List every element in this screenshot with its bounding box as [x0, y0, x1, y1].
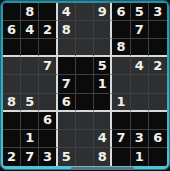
sudoku-cell-r2c3[interactable]: 2: [39, 21, 57, 39]
sudoku-board: 8496536428787542718561614736273581: [3, 3, 167, 166]
sudoku-cell-r7c9[interactable]: [149, 112, 167, 130]
sudoku-cell-r8c6[interactable]: 4: [94, 130, 112, 148]
sudoku-cell-r6c7[interactable]: 1: [112, 94, 130, 112]
sudoku-cell-r1c7[interactable]: 6: [112, 3, 130, 21]
sudoku-cell-r4c4[interactable]: [58, 57, 76, 75]
sudoku-cell-r5c8[interactable]: [131, 75, 149, 93]
sudoku-cell-r8c5[interactable]: [76, 130, 94, 148]
sudoku-cell-r6c6[interactable]: [94, 94, 112, 112]
sudoku-cell-r1c5[interactable]: [76, 3, 94, 21]
sudoku-cell-r3c9[interactable]: [149, 39, 167, 57]
sudoku-cell-r2c9[interactable]: [149, 21, 167, 39]
sudoku-cell-r1c2[interactable]: 8: [21, 3, 39, 21]
sudoku-cell-r8c1[interactable]: [3, 130, 21, 148]
sudoku-cell-r3c3[interactable]: [39, 39, 57, 57]
sudoku-cell-r9c1[interactable]: 2: [3, 148, 21, 166]
sudoku-cell-r8c9[interactable]: 6: [149, 130, 167, 148]
sudoku-cell-r2c7[interactable]: [112, 21, 130, 39]
sudoku-cell-r2c5[interactable]: [76, 21, 94, 39]
sudoku-cell-r1c3[interactable]: [39, 3, 57, 21]
sudoku-cell-r7c1[interactable]: [3, 112, 21, 130]
sudoku-cell-r7c7[interactable]: [112, 112, 130, 130]
sudoku-cell-r9c5[interactable]: [76, 148, 94, 166]
sudoku-cell-r4c7[interactable]: [112, 57, 130, 75]
sudoku-cell-r3c4[interactable]: [58, 39, 76, 57]
board-frame: 8496536428787542718561614736273581: [0, 0, 170, 170]
sudoku-cell-r7c4[interactable]: [58, 112, 76, 130]
sudoku-cell-r6c9[interactable]: [149, 94, 167, 112]
sudoku-cell-r7c2[interactable]: [21, 112, 39, 130]
sudoku-cell-r4c9[interactable]: 2: [149, 57, 167, 75]
sudoku-cell-r9c8[interactable]: 1: [131, 148, 149, 166]
sudoku-cell-r5c1[interactable]: [3, 75, 21, 93]
sudoku-cell-r9c4[interactable]: 5: [58, 148, 76, 166]
sudoku-cell-r3c8[interactable]: [131, 39, 149, 57]
sudoku-cell-r4c6[interactable]: 5: [94, 57, 112, 75]
sudoku-cell-r5c3[interactable]: [39, 75, 57, 93]
sudoku-cell-r9c2[interactable]: 7: [21, 148, 39, 166]
sudoku-cell-r6c2[interactable]: 5: [21, 94, 39, 112]
sudoku-cell-r3c2[interactable]: [21, 39, 39, 57]
sudoku-cell-r5c9[interactable]: [149, 75, 167, 93]
sudoku-cell-r8c7[interactable]: 7: [112, 130, 130, 148]
sudoku-cell-r8c8[interactable]: 3: [131, 130, 149, 148]
sudoku-cell-r3c6[interactable]: [94, 39, 112, 57]
sudoku-cell-r5c6[interactable]: 1: [94, 75, 112, 93]
sudoku-cell-r6c8[interactable]: [131, 94, 149, 112]
sudoku-cell-r4c8[interactable]: 4: [131, 57, 149, 75]
sudoku-cell-r7c5[interactable]: [76, 112, 94, 130]
sudoku-cell-r7c6[interactable]: [94, 112, 112, 130]
sudoku-cell-r9c7[interactable]: [112, 148, 130, 166]
sudoku-cell-r1c4[interactable]: 4: [58, 3, 76, 21]
bottom-edge-handle: [71, 167, 134, 171]
sudoku-cell-r7c3[interactable]: 6: [39, 112, 57, 130]
sudoku-cell-r9c3[interactable]: 3: [39, 148, 57, 166]
sudoku-cell-r2c1[interactable]: 6: [3, 21, 21, 39]
sudoku-cell-r1c1[interactable]: [3, 3, 21, 21]
sudoku-cell-r9c6[interactable]: 8: [94, 148, 112, 166]
sudoku-cell-r6c1[interactable]: 8: [3, 94, 21, 112]
sudoku-cell-r3c1[interactable]: [3, 39, 21, 57]
sudoku-cell-r8c2[interactable]: 1: [21, 130, 39, 148]
sudoku-cell-r1c6[interactable]: 9: [94, 3, 112, 21]
sudoku-cell-r2c4[interactable]: 8: [58, 21, 76, 39]
sudoku-cell-r7c8[interactable]: [131, 112, 149, 130]
sudoku-cell-r2c2[interactable]: 4: [21, 21, 39, 39]
sudoku-cell-r5c4[interactable]: 7: [58, 75, 76, 93]
sudoku-cell-r6c5[interactable]: [76, 94, 94, 112]
sudoku-cell-r5c2[interactable]: [21, 75, 39, 93]
sudoku-cell-r8c4[interactable]: [58, 130, 76, 148]
sudoku-cell-r5c7[interactable]: [112, 75, 130, 93]
sudoku-cell-r4c2[interactable]: [21, 57, 39, 75]
sudoku-cell-r1c9[interactable]: 3: [149, 3, 167, 21]
sudoku-cell-r1c8[interactable]: 5: [131, 3, 149, 21]
sudoku-cell-r2c8[interactable]: 7: [131, 21, 149, 39]
sudoku-cell-r5c5[interactable]: [76, 75, 94, 93]
sudoku-grid: 8496536428787542718561614736273581: [3, 3, 167, 166]
sudoku-cell-r6c3[interactable]: [39, 94, 57, 112]
sudoku-cell-r4c1[interactable]: [3, 57, 21, 75]
sudoku-cell-r2c6[interactable]: [94, 21, 112, 39]
sudoku-cell-r9c9[interactable]: [149, 148, 167, 166]
sudoku-cell-r3c5[interactable]: [76, 39, 94, 57]
sudoku-cell-r4c5[interactable]: [76, 57, 94, 75]
sudoku-cell-r8c3[interactable]: [39, 130, 57, 148]
sudoku-cell-r4c3[interactable]: 7: [39, 57, 57, 75]
sudoku-cell-r6c4[interactable]: 6: [58, 94, 76, 112]
sudoku-cell-r3c7[interactable]: 8: [112, 39, 130, 57]
